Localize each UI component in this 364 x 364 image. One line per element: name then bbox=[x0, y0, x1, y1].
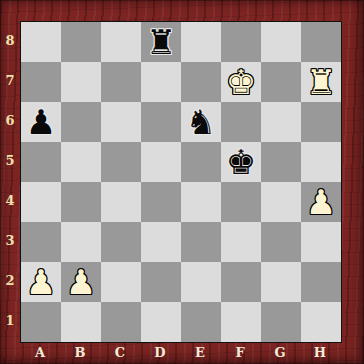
white-king-f7[interactable]: ♚ bbox=[221, 62, 261, 102]
square-f3[interactable] bbox=[221, 222, 261, 262]
white-rook-h7[interactable]: ♜ bbox=[301, 62, 341, 102]
rank-label-1: 1 bbox=[0, 301, 20, 341]
black-pawn-a6[interactable]: ♟ bbox=[21, 102, 61, 142]
square-h8[interactable] bbox=[301, 22, 341, 62]
square-b8[interactable] bbox=[61, 22, 101, 62]
square-h2[interactable] bbox=[301, 262, 341, 302]
square-b3[interactable] bbox=[61, 222, 101, 262]
chess-board: ♜♚♜♟♞♚♟♟♟ bbox=[20, 21, 342, 343]
file-label-f: F bbox=[220, 343, 260, 364]
square-g3[interactable] bbox=[261, 222, 301, 262]
square-g8[interactable] bbox=[261, 22, 301, 62]
square-b2[interactable]: ♟ bbox=[61, 262, 101, 302]
square-e3[interactable] bbox=[181, 222, 221, 262]
rank-label-4: 4 bbox=[0, 181, 20, 221]
board-frame: 87654321 ♜♚♜♟♞♚♟♟♟ ABCDEFGH bbox=[0, 0, 364, 364]
square-g6[interactable] bbox=[261, 102, 301, 142]
rank-label-3: 3 bbox=[0, 221, 20, 261]
square-c3[interactable] bbox=[101, 222, 141, 262]
square-b5[interactable] bbox=[61, 142, 101, 182]
square-e8[interactable] bbox=[181, 22, 221, 62]
file-label-c: C bbox=[100, 343, 140, 364]
file-labels: ABCDEFGH bbox=[20, 343, 340, 364]
square-a4[interactable] bbox=[21, 182, 61, 222]
square-d5[interactable] bbox=[141, 142, 181, 182]
square-c5[interactable] bbox=[101, 142, 141, 182]
square-g2[interactable] bbox=[261, 262, 301, 302]
square-h3[interactable] bbox=[301, 222, 341, 262]
file-label-a: A bbox=[20, 343, 60, 364]
square-d2[interactable] bbox=[141, 262, 181, 302]
square-e5[interactable] bbox=[181, 142, 221, 182]
square-f5[interactable]: ♚ bbox=[221, 142, 261, 182]
rank-label-6: 6 bbox=[0, 101, 20, 141]
square-d7[interactable] bbox=[141, 62, 181, 102]
square-g1[interactable] bbox=[261, 302, 301, 342]
white-pawn-h4[interactable]: ♟ bbox=[301, 182, 341, 222]
square-h7[interactable]: ♜ bbox=[301, 62, 341, 102]
square-a7[interactable] bbox=[21, 62, 61, 102]
square-a8[interactable] bbox=[21, 22, 61, 62]
square-f4[interactable] bbox=[221, 182, 261, 222]
square-g5[interactable] bbox=[261, 142, 301, 182]
square-e2[interactable] bbox=[181, 262, 221, 302]
rank-labels: 87654321 bbox=[0, 21, 20, 341]
square-b1[interactable] bbox=[61, 302, 101, 342]
square-c7[interactable] bbox=[101, 62, 141, 102]
square-h5[interactable] bbox=[301, 142, 341, 182]
file-label-d: D bbox=[140, 343, 180, 364]
rank-label-5: 5 bbox=[0, 141, 20, 181]
file-label-b: B bbox=[60, 343, 100, 364]
square-c4[interactable] bbox=[101, 182, 141, 222]
white-pawn-a2[interactable]: ♟ bbox=[21, 262, 61, 302]
square-d8[interactable]: ♜ bbox=[141, 22, 181, 62]
square-e7[interactable] bbox=[181, 62, 221, 102]
file-label-h: H bbox=[300, 343, 340, 364]
square-g4[interactable] bbox=[261, 182, 301, 222]
black-rook-d8[interactable]: ♜ bbox=[141, 22, 181, 62]
square-f6[interactable] bbox=[221, 102, 261, 142]
square-f2[interactable] bbox=[221, 262, 261, 302]
square-d4[interactable] bbox=[141, 182, 181, 222]
square-h1[interactable] bbox=[301, 302, 341, 342]
square-d1[interactable] bbox=[141, 302, 181, 342]
black-knight-e6[interactable]: ♞ bbox=[181, 102, 221, 142]
square-f1[interactable] bbox=[221, 302, 261, 342]
rank-label-8: 8 bbox=[0, 21, 20, 61]
square-c8[interactable] bbox=[101, 22, 141, 62]
square-a1[interactable] bbox=[21, 302, 61, 342]
square-b4[interactable] bbox=[61, 182, 101, 222]
black-king-f5[interactable]: ♚ bbox=[221, 142, 261, 182]
square-g7[interactable] bbox=[261, 62, 301, 102]
file-label-g: G bbox=[260, 343, 300, 364]
rank-label-7: 7 bbox=[0, 61, 20, 101]
square-f8[interactable] bbox=[221, 22, 261, 62]
square-e4[interactable] bbox=[181, 182, 221, 222]
square-b6[interactable] bbox=[61, 102, 101, 142]
square-a2[interactable]: ♟ bbox=[21, 262, 61, 302]
square-a6[interactable]: ♟ bbox=[21, 102, 61, 142]
square-e6[interactable]: ♞ bbox=[181, 102, 221, 142]
square-c2[interactable] bbox=[101, 262, 141, 302]
rank-label-2: 2 bbox=[0, 261, 20, 301]
square-h6[interactable] bbox=[301, 102, 341, 142]
square-a3[interactable] bbox=[21, 222, 61, 262]
square-h4[interactable]: ♟ bbox=[301, 182, 341, 222]
file-label-e: E bbox=[180, 343, 220, 364]
square-c6[interactable] bbox=[101, 102, 141, 142]
square-c1[interactable] bbox=[101, 302, 141, 342]
square-d6[interactable] bbox=[141, 102, 181, 142]
square-f7[interactable]: ♚ bbox=[221, 62, 261, 102]
square-e1[interactable] bbox=[181, 302, 221, 342]
square-a5[interactable] bbox=[21, 142, 61, 182]
white-pawn-b2[interactable]: ♟ bbox=[61, 262, 101, 302]
square-b7[interactable] bbox=[61, 62, 101, 102]
square-d3[interactable] bbox=[141, 222, 181, 262]
